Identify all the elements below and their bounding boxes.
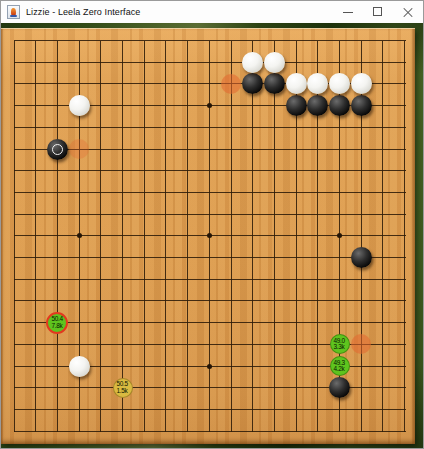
close-button[interactable] (393, 1, 423, 23)
grid-line-vertical (57, 41, 58, 433)
minimize-icon (343, 12, 353, 13)
suggested-move-C6[interactable]: 50.47.8k (46, 312, 68, 334)
star-point (207, 364, 212, 369)
stone-black (286, 95, 307, 116)
stone-white (286, 73, 307, 94)
suggested-move-L17[interactable] (221, 74, 241, 94)
stone-black (242, 73, 263, 94)
suggested-move-Q5[interactable]: 49.03.3k (330, 334, 350, 354)
go-board[interactable]: 50.47.8k50.51.5k49.03.3k49.34.2k (1, 28, 415, 444)
star-point (207, 233, 212, 238)
grid-line-vertical (144, 41, 145, 433)
star-point (77, 233, 82, 238)
grid-line-vertical (252, 41, 253, 433)
stone-white (351, 73, 372, 94)
star-point (337, 233, 342, 238)
maximize-button[interactable] (363, 1, 393, 23)
grid-line-horizontal (14, 127, 406, 128)
suggested-move-Q4[interactable]: 49.34.2k (330, 356, 350, 376)
java-app-icon (7, 5, 20, 19)
grid-line-horizontal (14, 322, 406, 323)
grid-line-horizontal (14, 40, 406, 41)
stone-white (307, 73, 328, 94)
grid-line-vertical (100, 41, 101, 433)
suggested-move-R5[interactable] (351, 334, 371, 354)
window-controls (333, 1, 423, 23)
grid-line-vertical (274, 41, 275, 433)
grid-line-vertical (187, 41, 188, 433)
grid-line-vertical (382, 41, 383, 433)
maximize-icon (373, 7, 382, 16)
suggestion-visits: 1.5k (117, 388, 128, 394)
stone-white (69, 95, 90, 116)
stone-white (242, 52, 263, 73)
stone-black (351, 247, 372, 268)
suggested-move-D14[interactable] (69, 139, 89, 159)
stone-black (351, 95, 372, 116)
stone-black (329, 95, 350, 116)
last-move-marker (52, 144, 63, 155)
grid-line-horizontal (14, 257, 406, 258)
suggested-move-F3[interactable]: 50.51.5k (113, 378, 133, 398)
stone-white (69, 356, 90, 377)
grid-line-vertical (14, 41, 15, 433)
grid-line-vertical (122, 41, 123, 433)
stone-black (307, 95, 328, 116)
grid-line-horizontal (14, 192, 406, 193)
grid-line-vertical (165, 41, 166, 433)
grid-line-vertical (231, 41, 232, 433)
grid-line-horizontal (14, 409, 406, 410)
stone-black (264, 73, 285, 94)
grid-line-vertical (35, 41, 36, 433)
suggestion-visits: 3.3k (334, 345, 345, 351)
titlebar: Lizzie - Leela Zero Interface (1, 1, 423, 23)
window-title: Lizzie - Leela Zero Interface (26, 7, 140, 17)
app-window: Lizzie - Leela Zero Interface 50.47.8k50… (0, 0, 424, 449)
grid-line-horizontal (14, 300, 406, 301)
suggestion-visits: 4.2k (334, 366, 345, 372)
grid-line-horizontal (14, 170, 406, 171)
minimize-button[interactable] (333, 1, 363, 23)
suggestion-visits: 7.8k (52, 323, 63, 329)
java-saucer-icon (10, 15, 17, 17)
grid-line-horizontal (14, 279, 406, 280)
star-point (207, 103, 212, 108)
stone-white (329, 73, 350, 94)
stone-white (264, 52, 285, 73)
stone-black (329, 377, 350, 398)
grid-line-horizontal (14, 214, 406, 215)
stone-black (47, 139, 68, 160)
grid-line-vertical (404, 41, 405, 433)
grid-line-horizontal (14, 431, 406, 432)
grid-line-horizontal (14, 62, 406, 63)
board-background: 50.47.8k50.51.5k49.03.3k49.34.2k (1, 23, 424, 449)
